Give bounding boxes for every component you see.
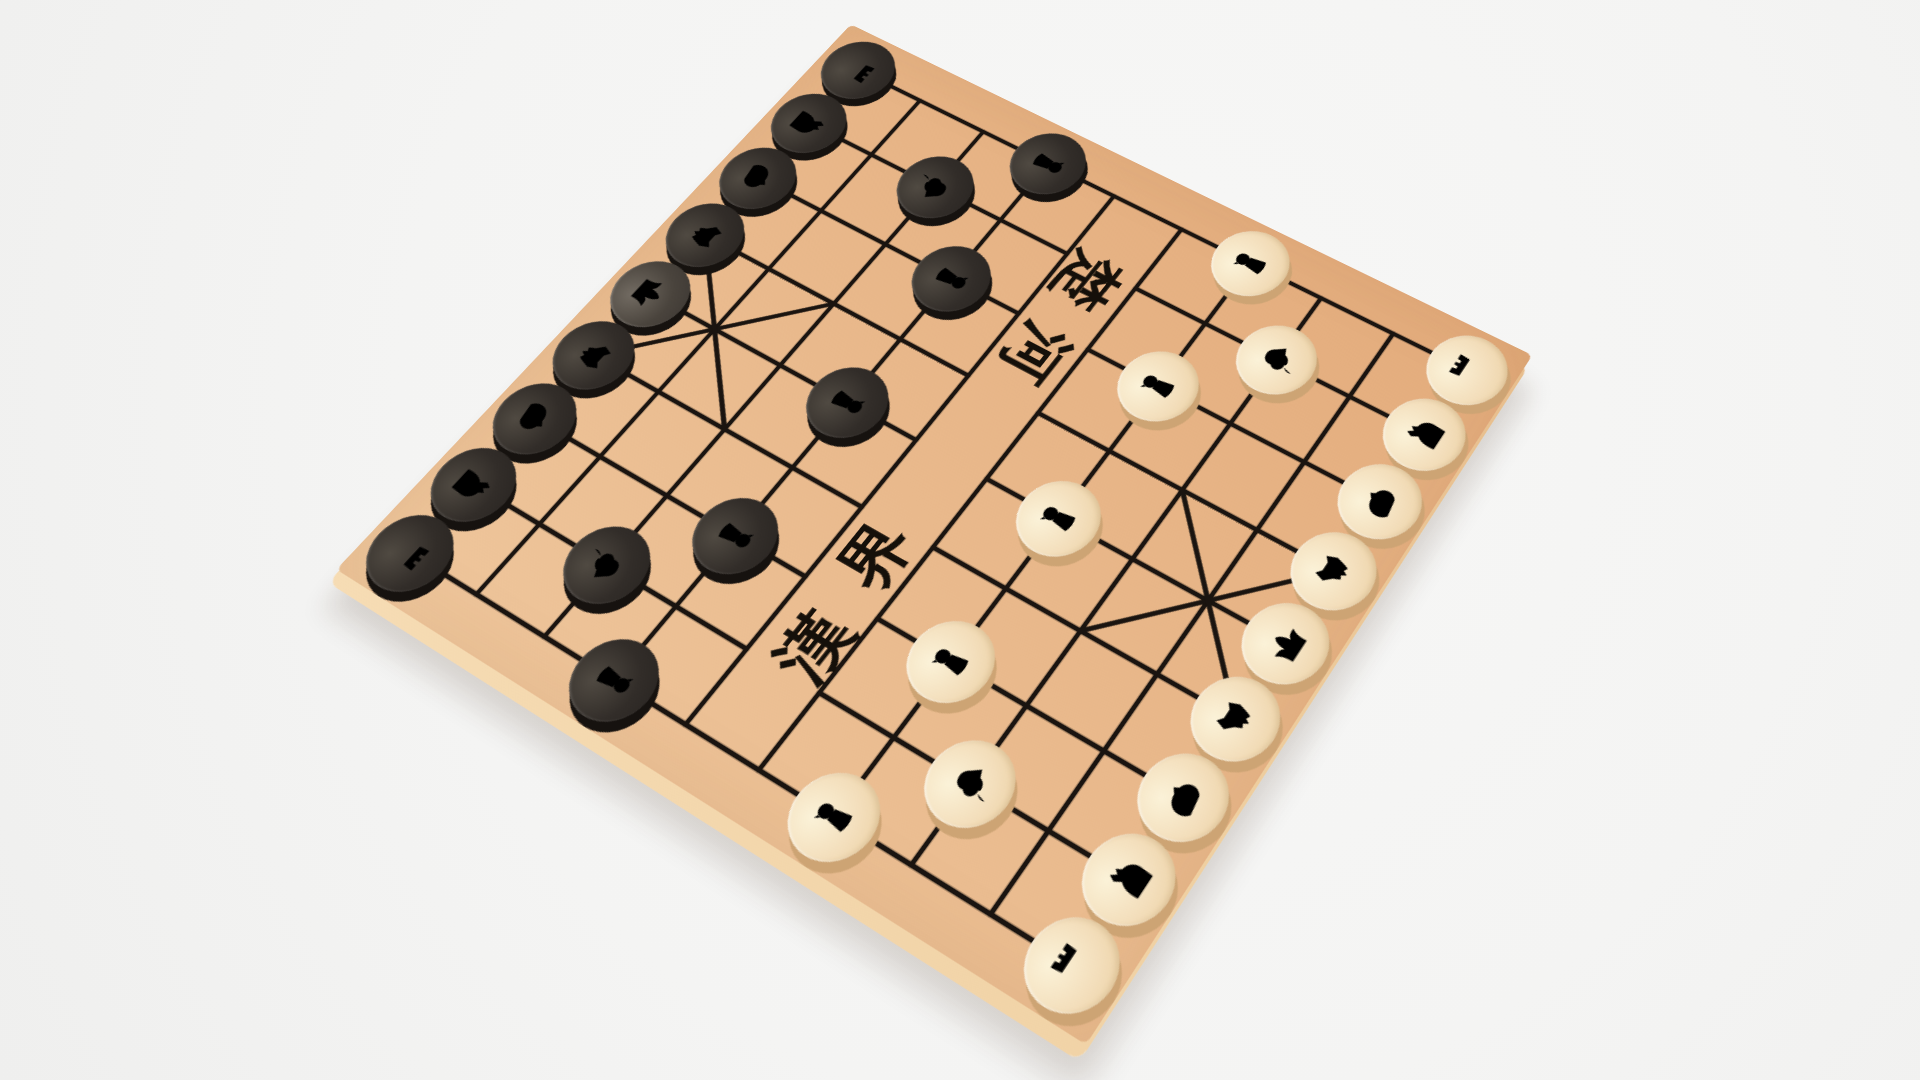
mask-icon (557, 326, 630, 385)
river-label: 界 (820, 510, 929, 602)
cannon-wheel-icon (1241, 330, 1312, 390)
pawn-icon (793, 779, 875, 856)
pawn-icon (912, 627, 990, 698)
knight-icon (435, 453, 511, 517)
pawn-icon (916, 251, 986, 308)
pawn-icon (1216, 236, 1285, 292)
river-label: 河 (985, 312, 1087, 394)
pawn-icon (574, 645, 654, 716)
elephant-dagger-icon (497, 388, 572, 449)
rook-icon (1030, 924, 1114, 1007)
crown-cross-icon (1247, 609, 1324, 679)
elephant-dagger-icon (724, 152, 793, 205)
elephant-dagger-icon (1143, 760, 1223, 836)
render-stage: 楚河漢界 (0, 0, 1920, 1080)
rook-icon (1432, 340, 1502, 400)
knight-icon (775, 98, 842, 149)
rook-icon (371, 520, 449, 586)
cannon-wheel-icon (901, 161, 969, 214)
crown-cross-icon (615, 266, 686, 323)
elephant-dagger-icon (1343, 469, 1416, 534)
knight-icon (1388, 404, 1460, 466)
pawn-icon (1021, 486, 1096, 551)
cannon-wheel-icon (568, 532, 646, 599)
mask-icon (670, 208, 740, 263)
mask-icon (1196, 683, 1274, 756)
mask-icon (1296, 538, 1371, 605)
rook-icon (825, 45, 891, 94)
xiangqi-board: 楚河漢界 (336, 24, 1532, 1044)
pawn-icon (1122, 356, 1194, 416)
cannon-wheel-icon (929, 746, 1010, 822)
river-label: 楚 (1039, 242, 1138, 320)
pawn-icon (811, 372, 884, 433)
knight-icon (1088, 840, 1170, 920)
pawn-icon (1014, 137, 1081, 190)
pawn-icon (697, 503, 774, 569)
